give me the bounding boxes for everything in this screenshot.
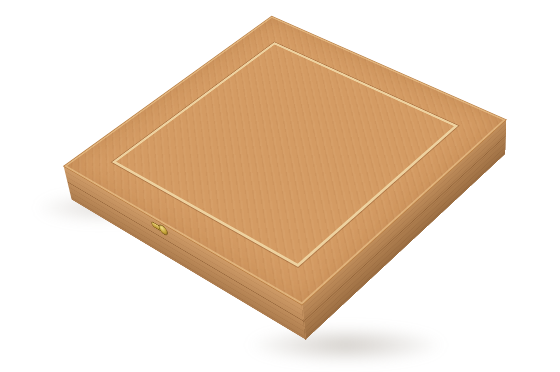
board-shadow	[246, 326, 446, 364]
chess-board-box	[63, 16, 507, 306]
board-top-face	[63, 16, 507, 306]
photo-canvas	[0, 0, 560, 372]
